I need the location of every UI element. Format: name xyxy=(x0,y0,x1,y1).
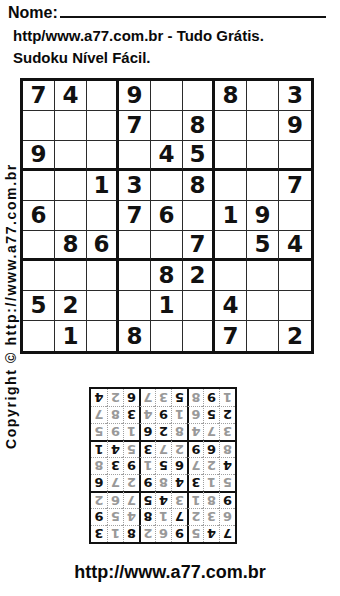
cell-r4c4: 3 xyxy=(119,171,151,201)
sol-cell-r1c1: 7 xyxy=(219,525,235,542)
cell-r8c1: 5 xyxy=(23,291,55,321)
sol-cell-r5c9: 8 xyxy=(91,457,107,474)
solution-grid-rotated: 7459628136327184599813457625134892764276… xyxy=(89,387,237,544)
sol-cell-r1c4: 9 xyxy=(171,525,187,542)
cell-r1c2: 4 xyxy=(55,81,87,111)
cell-r6c9: 4 xyxy=(279,231,311,261)
sol-cell-r8c9: 7 xyxy=(91,406,107,423)
sol-cell-r4c4: 4 xyxy=(171,474,187,491)
cell-r4c9: 7 xyxy=(279,171,311,201)
cell-r8c9 xyxy=(279,291,311,321)
cell-r3c4 xyxy=(119,141,151,171)
vertical-copyright-text: Copyright © http://www.a77.com.br xyxy=(3,163,19,449)
cell-r5c9 xyxy=(279,201,311,231)
sol-cell-r3c4: 3 xyxy=(171,491,187,508)
cell-r3c1: 9 xyxy=(23,141,55,171)
sol-cell-r8c5: 9 xyxy=(155,406,171,423)
sol-cell-r1c9: 3 xyxy=(91,525,107,542)
cell-r7c5: 8 xyxy=(151,261,183,291)
cell-r7c7 xyxy=(215,261,247,291)
cell-r6c8: 5 xyxy=(247,231,279,261)
cell-r5c1: 6 xyxy=(23,201,55,231)
sol-cell-r9c9: 4 xyxy=(91,389,107,406)
cell-r3c8 xyxy=(247,141,279,171)
sol-cell-r7c8: 9 xyxy=(107,423,123,440)
sol-cell-r9c6: 7 xyxy=(139,389,155,406)
sol-cell-r6c1: 8 xyxy=(219,440,235,457)
sol-cell-r5c8: 3 xyxy=(107,457,123,474)
sol-cell-r6c2: 6 xyxy=(203,440,219,457)
sol-cell-r9c5: 3 xyxy=(155,389,171,406)
sol-cell-r1c2: 4 xyxy=(203,525,219,542)
sol-cell-r7c3: 4 xyxy=(187,423,203,440)
cell-r3c2 xyxy=(55,141,87,171)
cell-r7c4 xyxy=(119,261,151,291)
sol-cell-r8c4: 1 xyxy=(171,406,187,423)
sol-cell-r6c9: 1 xyxy=(91,440,107,457)
sol-cell-r7c2: 7 xyxy=(203,423,219,440)
sol-cell-r9c1: 1 xyxy=(219,389,235,406)
cell-r2c5 xyxy=(151,111,183,141)
sol-cell-r5c6: 1 xyxy=(139,457,155,474)
sol-cell-r6c6: 3 xyxy=(139,440,155,457)
cell-r5c5: 6 xyxy=(151,201,183,231)
cell-r9c8 xyxy=(247,321,279,351)
sol-cell-r2c5: 1 xyxy=(155,508,171,525)
cell-r4c8 xyxy=(247,171,279,201)
cell-r3c5: 4 xyxy=(151,141,183,171)
sol-cell-r8c2: 5 xyxy=(203,406,219,423)
name-label: Nome: xyxy=(8,4,58,21)
sol-cell-r6c7: 5 xyxy=(123,440,139,457)
site-title: http/www.a77.com.br - Tudo Grátis. xyxy=(13,27,264,44)
sol-cell-r2c4: 7 xyxy=(171,508,187,525)
sol-cell-r3c8: 6 xyxy=(107,491,123,508)
cell-r7c6: 2 xyxy=(183,261,215,291)
cell-r8c3 xyxy=(87,291,119,321)
sol-cell-r5c5: 5 xyxy=(155,457,171,474)
cell-r8c7: 4 xyxy=(215,291,247,321)
sol-cell-r3c3: 1 xyxy=(187,491,203,508)
sol-cell-r1c8: 1 xyxy=(107,525,123,542)
sol-cell-r4c5: 8 xyxy=(155,474,171,491)
cell-r1c1: 7 xyxy=(23,81,55,111)
cell-r9c9: 2 xyxy=(279,321,311,351)
cell-r1c5 xyxy=(151,81,183,111)
cell-r5c2 xyxy=(55,201,87,231)
cell-r9c5 xyxy=(151,321,183,351)
cell-r4c2 xyxy=(55,171,87,201)
cell-r6c6: 7 xyxy=(183,231,215,261)
cell-r2c6: 8 xyxy=(183,111,215,141)
sol-cell-r9c2: 9 xyxy=(203,389,219,406)
sol-cell-r8c8: 8 xyxy=(107,406,123,423)
sol-cell-r9c4: 5 xyxy=(171,389,187,406)
sol-cell-r7c4: 8 xyxy=(171,423,187,440)
cell-r4c1 xyxy=(23,171,55,201)
sol-cell-r7c6: 6 xyxy=(139,423,155,440)
sol-cell-r9c3: 8 xyxy=(187,389,203,406)
sol-cell-r4c7: 2 xyxy=(123,474,139,491)
cell-r2c7 xyxy=(215,111,247,141)
cell-r9c7: 7 xyxy=(215,321,247,351)
sol-cell-r6c4: 2 xyxy=(171,440,187,457)
sol-cell-r2c9: 9 xyxy=(91,508,107,525)
name-row: Nome: xyxy=(8,3,326,22)
sol-cell-r4c1: 5 xyxy=(219,474,235,491)
cell-r7c9 xyxy=(279,261,311,291)
sol-cell-r3c2: 8 xyxy=(203,491,219,508)
sol-cell-r1c3: 5 xyxy=(187,525,203,542)
cell-r6c2: 8 xyxy=(55,231,87,261)
cell-r5c3 xyxy=(87,201,119,231)
sol-cell-r9c7: 6 xyxy=(123,389,139,406)
cell-r9c6 xyxy=(183,321,215,351)
cell-r6c4 xyxy=(119,231,151,261)
cell-r3c6: 5 xyxy=(183,141,215,171)
sol-cell-r7c9: 5 xyxy=(91,423,107,440)
name-underline xyxy=(60,3,326,18)
sol-cell-r5c7: 9 xyxy=(123,457,139,474)
cell-r2c1 xyxy=(23,111,55,141)
cell-r9c3 xyxy=(87,321,119,351)
sol-cell-r4c8: 7 xyxy=(107,474,123,491)
sol-cell-r2c6: 8 xyxy=(139,508,155,525)
cell-r6c5 xyxy=(151,231,183,261)
cell-r1c8 xyxy=(247,81,279,111)
cell-r8c5: 1 xyxy=(151,291,183,321)
puzzle-grid: 74983789945138767619867548252141872 xyxy=(20,78,314,354)
cell-r8c2: 2 xyxy=(55,291,87,321)
cell-r2c4: 7 xyxy=(119,111,151,141)
cell-r8c6 xyxy=(183,291,215,321)
cell-r5c6 xyxy=(183,201,215,231)
sol-cell-r8c7: 3 xyxy=(123,406,139,423)
sol-cell-r5c3: 7 xyxy=(187,457,203,474)
sol-cell-r2c2: 3 xyxy=(203,508,219,525)
sol-cell-r2c3: 2 xyxy=(187,508,203,525)
cell-r7c2 xyxy=(55,261,87,291)
sol-cell-r8c3: 6 xyxy=(187,406,203,423)
sol-cell-r7c7: 1 xyxy=(123,423,139,440)
cell-r7c1 xyxy=(23,261,55,291)
sol-cell-r3c1: 9 xyxy=(219,491,235,508)
sudoku-worksheet-page: Nome: http/www.a77.com.br - Tudo Grátis.… xyxy=(0,0,340,596)
sol-cell-r7c1: 3 xyxy=(219,423,235,440)
sol-cell-r8c1: 2 xyxy=(219,406,235,423)
sol-cell-r1c7: 8 xyxy=(123,525,139,542)
sol-cell-r4c6: 9 xyxy=(139,474,155,491)
sol-cell-r4c2: 1 xyxy=(203,474,219,491)
sol-cell-r2c8: 5 xyxy=(107,508,123,525)
cell-r5c7: 1 xyxy=(215,201,247,231)
sol-cell-r6c3: 9 xyxy=(187,440,203,457)
sol-cell-r4c3: 3 xyxy=(187,474,203,491)
cell-r2c8 xyxy=(247,111,279,141)
cell-r1c7: 8 xyxy=(215,81,247,111)
sol-cell-r3c9: 2 xyxy=(91,491,107,508)
cell-r6c3: 6 xyxy=(87,231,119,261)
cell-r5c8: 9 xyxy=(247,201,279,231)
sol-cell-r1c5: 6 xyxy=(155,525,171,542)
cell-r1c3 xyxy=(87,81,119,111)
sol-cell-r2c7: 4 xyxy=(123,508,139,525)
footer-url: http://www.a77.com.br xyxy=(0,562,340,583)
cell-r4c7 xyxy=(215,171,247,201)
sol-cell-r5c4: 6 xyxy=(171,457,187,474)
cell-r9c1 xyxy=(23,321,55,351)
cell-r2c9: 9 xyxy=(279,111,311,141)
cell-r1c9: 3 xyxy=(279,81,311,111)
cell-r1c4: 9 xyxy=(119,81,151,111)
cell-r3c7 xyxy=(215,141,247,171)
cell-r6c1 xyxy=(23,231,55,261)
sol-cell-r5c2: 2 xyxy=(203,457,219,474)
cell-r3c9 xyxy=(279,141,311,171)
cell-r8c8 xyxy=(247,291,279,321)
cell-r1c6 xyxy=(183,81,215,111)
cell-r9c2: 1 xyxy=(55,321,87,351)
cell-r4c5 xyxy=(151,171,183,201)
sol-cell-r5c1: 4 xyxy=(219,457,235,474)
sol-cell-r2c1: 6 xyxy=(219,508,235,525)
sol-cell-r1c6: 2 xyxy=(139,525,155,542)
cell-r2c2 xyxy=(55,111,87,141)
cell-r9c4: 8 xyxy=(119,321,151,351)
cell-r7c8 xyxy=(247,261,279,291)
cell-r4c6: 8 xyxy=(183,171,215,201)
sol-cell-r7c5: 2 xyxy=(155,423,171,440)
sol-cell-r6c8: 4 xyxy=(107,440,123,457)
cell-r4c3: 1 xyxy=(87,171,119,201)
cell-r5c4: 7 xyxy=(119,201,151,231)
cell-r3c3 xyxy=(87,141,119,171)
cell-r6c7 xyxy=(215,231,247,261)
sol-cell-r3c7: 7 xyxy=(123,491,139,508)
sol-cell-r4c9: 6 xyxy=(91,474,107,491)
cell-r8c4 xyxy=(119,291,151,321)
sol-cell-r3c6: 5 xyxy=(139,491,155,508)
cell-r7c3 xyxy=(87,261,119,291)
cell-r2c3 xyxy=(87,111,119,141)
sol-cell-r3c5: 4 xyxy=(155,491,171,508)
sol-cell-r8c6: 4 xyxy=(139,406,155,423)
sol-cell-r6c5: 7 xyxy=(155,440,171,457)
puzzle-level-title: Sudoku Nível Fácil. xyxy=(13,49,151,66)
sol-cell-r9c8: 2 xyxy=(107,389,123,406)
